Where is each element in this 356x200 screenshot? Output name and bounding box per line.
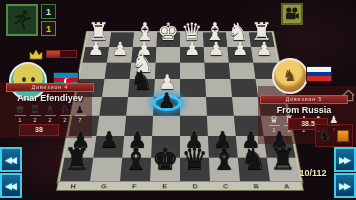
square-f3[interactable] bbox=[130, 63, 156, 80]
material-cell: ♝2 bbox=[45, 104, 56, 124]
square-h2[interactable] bbox=[82, 47, 109, 63]
square-d2[interactable] bbox=[180, 47, 204, 63]
file-label-D: D bbox=[180, 182, 211, 191]
square-f1[interactable] bbox=[133, 32, 157, 47]
file-label-G: G bbox=[88, 182, 120, 191]
square-e8[interactable] bbox=[150, 158, 180, 181]
square-e7[interactable] bbox=[151, 136, 180, 158]
tray-orange-button[interactable] bbox=[337, 130, 349, 142]
replay-step-back-button[interactable]: ◀◀ bbox=[0, 173, 22, 198]
square-e4[interactable] bbox=[154, 79, 180, 97]
captured-knight-icon: ♞ bbox=[319, 127, 331, 145]
left-player-name: Anar Efendiyev bbox=[4, 93, 96, 103]
square-g3[interactable] bbox=[104, 63, 131, 80]
avatar-eye bbox=[31, 77, 35, 82]
square-f5[interactable] bbox=[126, 97, 154, 116]
level-progress-bar bbox=[46, 50, 77, 58]
square-c1[interactable] bbox=[203, 32, 227, 47]
replay-to-end-button[interactable]: ▶▶ bbox=[334, 173, 356, 198]
material-cell: ♜2 bbox=[30, 104, 41, 124]
move-counter: 10/112 bbox=[294, 168, 332, 178]
square-d5[interactable] bbox=[180, 97, 207, 116]
square-e3[interactable] bbox=[155, 63, 180, 80]
score-counter-top: 1 bbox=[41, 4, 56, 19]
square-f7[interactable] bbox=[122, 136, 152, 158]
square-a2[interactable] bbox=[251, 47, 278, 63]
square-b5[interactable] bbox=[232, 97, 261, 116]
left-division-banner: Дивизион 4 bbox=[6, 83, 94, 92]
square-b2[interactable] bbox=[227, 47, 253, 63]
square-b4[interactable] bbox=[230, 79, 258, 97]
square-d3[interactable] bbox=[180, 63, 205, 80]
square-c8[interactable] bbox=[209, 158, 240, 181]
square-e5[interactable] bbox=[153, 97, 180, 116]
square-b8[interactable] bbox=[238, 158, 270, 181]
square-c6[interactable] bbox=[207, 116, 236, 136]
square-e2[interactable] bbox=[156, 47, 180, 63]
square-h7[interactable] bbox=[64, 136, 96, 158]
quick-move-button[interactable] bbox=[6, 4, 38, 36]
square-h3[interactable] bbox=[79, 63, 107, 80]
square-g6[interactable] bbox=[96, 116, 126, 136]
runner-icon bbox=[11, 9, 33, 31]
square-g5[interactable] bbox=[99, 97, 128, 116]
material-cell: ♛1 bbox=[269, 114, 280, 134]
chess-app-screen: HGFEDCBA ♜♞♝♛♚♝♜♟♟♟♟♟♟♟♟♟♞♞♟♟♟♟♟♟♟♜♞♝♛♚♝… bbox=[0, 0, 356, 200]
square-g4[interactable] bbox=[102, 79, 130, 97]
square-c3[interactable] bbox=[204, 63, 230, 80]
square-b3[interactable] bbox=[229, 63, 256, 80]
square-c2[interactable] bbox=[204, 47, 229, 63]
square-d8[interactable] bbox=[180, 158, 210, 181]
camera-icon bbox=[284, 6, 300, 22]
square-f4[interactable] bbox=[128, 79, 155, 97]
crown-icon bbox=[29, 47, 43, 59]
square-g2[interactable] bbox=[107, 47, 133, 63]
square-d1[interactable] bbox=[180, 32, 204, 47]
square-h8[interactable] bbox=[60, 158, 93, 181]
replay-step-forward-button[interactable]: ▶▶ bbox=[334, 147, 356, 172]
left-material-row: ♛1♜2♝2♞2♟7 bbox=[6, 104, 94, 124]
replay-to-start-button[interactable]: ◀◀ bbox=[0, 147, 22, 172]
square-d7[interactable] bbox=[180, 136, 209, 158]
material-cell: ♟7 bbox=[75, 104, 86, 124]
square-g1[interactable] bbox=[109, 32, 134, 47]
square-e1[interactable] bbox=[156, 32, 180, 47]
square-c5[interactable] bbox=[206, 97, 234, 116]
square-d6[interactable] bbox=[180, 116, 208, 136]
file-labels: HGFEDCBA bbox=[56, 181, 304, 191]
file-label-E: E bbox=[149, 182, 180, 191]
russia-flag bbox=[306, 66, 332, 82]
file-label-F: F bbox=[119, 182, 150, 191]
square-h1[interactable] bbox=[85, 32, 111, 47]
file-label-C: C bbox=[210, 182, 241, 191]
square-g8[interactable] bbox=[90, 158, 122, 181]
square-f6[interactable] bbox=[124, 116, 153, 136]
right-division-banner: Дивизион 5 bbox=[260, 95, 348, 104]
file-label-H: H bbox=[57, 182, 89, 191]
square-g7[interactable] bbox=[93, 136, 124, 158]
square-c4[interactable] bbox=[205, 79, 232, 97]
camera-view-button[interactable] bbox=[281, 3, 303, 25]
avatar-eye bbox=[22, 77, 26, 82]
file-label-B: B bbox=[241, 182, 273, 191]
file-label-A: A bbox=[271, 182, 303, 191]
square-c7[interactable] bbox=[208, 136, 238, 158]
square-a1[interactable] bbox=[249, 32, 275, 47]
captured-piece-tray: ♞ bbox=[315, 124, 353, 147]
square-f2[interactable] bbox=[131, 47, 156, 63]
square-b1[interactable] bbox=[226, 32, 251, 47]
material-cell: ♛1 bbox=[15, 104, 26, 124]
material-cell: ♞2 bbox=[60, 104, 71, 124]
square-f8[interactable] bbox=[120, 158, 151, 181]
right-player-avatar[interactable]: ♞ bbox=[272, 58, 308, 94]
square-e6[interactable] bbox=[152, 116, 180, 136]
square-d4[interactable] bbox=[180, 79, 206, 97]
left-material-total: 38 bbox=[19, 124, 59, 136]
score-counter-bottom: 1 bbox=[41, 21, 56, 36]
